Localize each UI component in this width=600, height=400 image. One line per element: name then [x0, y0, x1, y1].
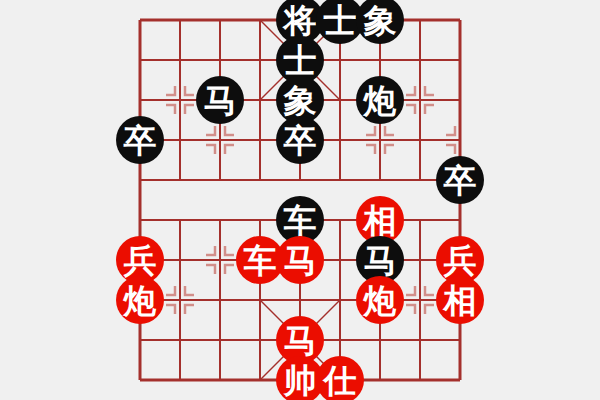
piece-black-horse[interactable]: 马 — [196, 76, 244, 124]
piece-layer: 将士象士马象炮卒卒卒车相兵车马马兵炮炮相马帅仕 — [120, 0, 480, 400]
piece-black-soldier[interactable]: 卒 — [116, 116, 164, 164]
piece-black-soldier[interactable]: 卒 — [276, 116, 324, 164]
piece-black-soldier[interactable]: 卒 — [436, 156, 484, 204]
piece-red-elephant[interactable]: 相 — [436, 276, 484, 324]
piece-red-horse[interactable]: 马 — [276, 236, 324, 284]
xiangqi-board: 将士象士马象炮卒卒卒车相兵车马马兵炮炮相马帅仕 — [0, 0, 600, 400]
piece-red-cannon[interactable]: 炮 — [116, 276, 164, 324]
piece-red-cannon[interactable]: 炮 — [356, 276, 404, 324]
piece-red-advisor[interactable]: 仕 — [316, 356, 364, 400]
piece-black-cannon[interactable]: 炮 — [356, 76, 404, 124]
piece-black-elephant[interactable]: 象 — [356, 0, 404, 44]
